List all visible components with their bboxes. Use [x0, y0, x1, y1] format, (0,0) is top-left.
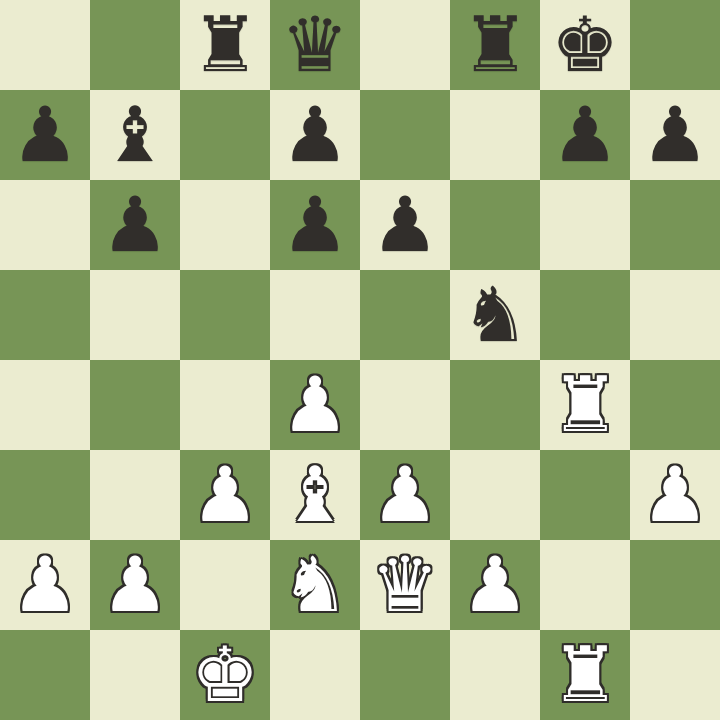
piece-white-pawn[interactable]: ♟ [191, 450, 259, 540]
piece-black-rook[interactable]: ♜ [461, 0, 529, 90]
piece-black-pawn[interactable]: ♟ [281, 90, 349, 180]
piece-white-knight[interactable]: ♞ [281, 540, 349, 630]
square-d6[interactable]: ♟ [270, 180, 360, 270]
square-g5[interactable] [540, 270, 630, 360]
square-c4[interactable] [180, 360, 270, 450]
square-g1[interactable]: ♜ [540, 630, 630, 720]
square-f8[interactable]: ♜ [450, 0, 540, 90]
square-g4[interactable]: ♜ [540, 360, 630, 450]
square-d3[interactable]: ♝ [270, 450, 360, 540]
piece-white-pawn[interactable]: ♟ [11, 540, 79, 630]
square-e8[interactable] [360, 0, 450, 90]
piece-black-pawn[interactable]: ♟ [281, 180, 349, 270]
square-g6[interactable] [540, 180, 630, 270]
square-d4[interactable]: ♟ [270, 360, 360, 450]
piece-black-bishop[interactable]: ♝ [101, 90, 169, 180]
square-h2[interactable] [630, 540, 720, 630]
piece-black-pawn[interactable]: ♟ [371, 180, 439, 270]
square-b4[interactable] [90, 360, 180, 450]
square-e1[interactable] [360, 630, 450, 720]
square-c7[interactable] [180, 90, 270, 180]
square-d8[interactable]: ♛ [270, 0, 360, 90]
square-g7[interactable]: ♟ [540, 90, 630, 180]
square-h1[interactable] [630, 630, 720, 720]
square-f1[interactable] [450, 630, 540, 720]
piece-black-pawn[interactable]: ♟ [551, 90, 619, 180]
piece-black-king[interactable]: ♚ [551, 0, 619, 90]
square-a1[interactable] [0, 630, 90, 720]
square-a4[interactable] [0, 360, 90, 450]
square-b8[interactable] [90, 0, 180, 90]
square-f7[interactable] [450, 90, 540, 180]
square-h8[interactable] [630, 0, 720, 90]
square-h6[interactable] [630, 180, 720, 270]
square-a6[interactable] [0, 180, 90, 270]
square-c5[interactable] [180, 270, 270, 360]
square-a2[interactable]: ♟ [0, 540, 90, 630]
square-a5[interactable] [0, 270, 90, 360]
square-d5[interactable] [270, 270, 360, 360]
piece-black-pawn[interactable]: ♟ [101, 180, 169, 270]
piece-white-bishop[interactable]: ♝ [281, 450, 349, 540]
piece-black-pawn[interactable]: ♟ [641, 90, 709, 180]
square-a8[interactable] [0, 0, 90, 90]
square-b3[interactable] [90, 450, 180, 540]
square-a7[interactable]: ♟ [0, 90, 90, 180]
square-h3[interactable]: ♟ [630, 450, 720, 540]
piece-white-pawn[interactable]: ♟ [371, 450, 439, 540]
piece-black-rook[interactable]: ♜ [191, 0, 259, 90]
piece-white-pawn[interactable]: ♟ [281, 360, 349, 450]
piece-black-queen[interactable]: ♛ [281, 0, 349, 90]
square-b1[interactable] [90, 630, 180, 720]
square-d2[interactable]: ♞ [270, 540, 360, 630]
square-c6[interactable] [180, 180, 270, 270]
piece-black-knight[interactable]: ♞ [461, 270, 529, 360]
piece-white-rook[interactable]: ♜ [551, 630, 619, 720]
piece-white-pawn[interactable]: ♟ [101, 540, 169, 630]
square-c8[interactable]: ♜ [180, 0, 270, 90]
square-f3[interactable] [450, 450, 540, 540]
square-g2[interactable] [540, 540, 630, 630]
square-a3[interactable] [0, 450, 90, 540]
piece-white-king[interactable]: ♚ [191, 630, 259, 720]
square-f6[interactable] [450, 180, 540, 270]
piece-white-pawn[interactable]: ♟ [641, 450, 709, 540]
square-d1[interactable] [270, 630, 360, 720]
square-c3[interactable]: ♟ [180, 450, 270, 540]
square-f5[interactable]: ♞ [450, 270, 540, 360]
square-f4[interactable] [450, 360, 540, 450]
piece-white-pawn[interactable]: ♟ [461, 540, 529, 630]
square-e3[interactable]: ♟ [360, 450, 450, 540]
square-d7[interactable]: ♟ [270, 90, 360, 180]
square-e4[interactable] [360, 360, 450, 450]
square-b6[interactable]: ♟ [90, 180, 180, 270]
square-g8[interactable]: ♚ [540, 0, 630, 90]
chess-board: ♜♛♜♚♟♝♟♟♟♟♟♟♞♟♜♟♝♟♟♟♟♞♛♟♚♜ [0, 0, 720, 720]
square-g3[interactable] [540, 450, 630, 540]
square-b7[interactable]: ♝ [90, 90, 180, 180]
square-h5[interactable] [630, 270, 720, 360]
square-e5[interactable] [360, 270, 450, 360]
square-e7[interactable] [360, 90, 450, 180]
square-b5[interactable] [90, 270, 180, 360]
square-c1[interactable]: ♚ [180, 630, 270, 720]
square-e6[interactable]: ♟ [360, 180, 450, 270]
piece-black-pawn[interactable]: ♟ [11, 90, 79, 180]
square-b2[interactable]: ♟ [90, 540, 180, 630]
piece-white-queen[interactable]: ♛ [371, 540, 439, 630]
square-h7[interactable]: ♟ [630, 90, 720, 180]
piece-white-rook[interactable]: ♜ [551, 360, 619, 450]
square-c2[interactable] [180, 540, 270, 630]
square-h4[interactable] [630, 360, 720, 450]
square-e2[interactable]: ♛ [360, 540, 450, 630]
square-f2[interactable]: ♟ [450, 540, 540, 630]
